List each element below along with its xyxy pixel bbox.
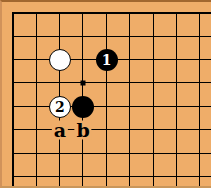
board-intersection	[118, 25, 141, 48]
black-stone-1: 1	[96, 49, 118, 71]
board-intersection	[95, 165, 118, 188]
grid-line-vertical	[59, 25, 60, 48]
board-intersection	[142, 48, 165, 71]
point-label-b: b	[75, 120, 92, 139]
board-intersection	[48, 165, 71, 188]
grid-line-vertical	[36, 71, 37, 94]
grid-line-vertical	[82, 12, 83, 24]
grid-line-vertical	[12, 165, 14, 188]
white-stone-2: 2	[49, 96, 71, 118]
board-intersection: b	[71, 118, 94, 141]
white-stone	[49, 49, 71, 71]
board-intersection	[118, 95, 141, 118]
grid-line-vertical	[199, 118, 200, 141]
grid-line-vertical	[36, 118, 37, 141]
grid-line-vertical	[129, 71, 130, 94]
board-intersection	[118, 48, 141, 71]
board-intersection	[48, 25, 71, 48]
board-intersection	[118, 71, 141, 94]
square-marker-icon	[81, 81, 86, 86]
grid-line-vertical	[199, 12, 200, 24]
board-intersection	[1, 165, 24, 188]
board-intersection	[188, 165, 211, 188]
board-intersection	[1, 48, 24, 71]
grid-line-vertical	[129, 95, 130, 118]
board-intersection	[188, 48, 211, 71]
board-intersection	[71, 25, 94, 48]
board-intersection	[142, 142, 165, 165]
board-intersection	[95, 118, 118, 141]
board-intersection	[165, 165, 188, 188]
board-intersection	[118, 118, 141, 141]
board-intersection	[142, 165, 165, 188]
board-intersection	[95, 25, 118, 48]
grid-line-vertical	[176, 12, 177, 24]
board-intersection	[188, 142, 211, 165]
grid-line-vertical	[129, 118, 130, 141]
grid-line-vertical	[176, 48, 177, 71]
grid-line-vertical	[129, 25, 130, 48]
black-stone	[72, 96, 94, 118]
grid-line-vertical	[199, 48, 200, 71]
grid-line-vertical	[82, 48, 83, 71]
board-intersection: 1	[95, 48, 118, 71]
board-intersection	[95, 1, 118, 24]
board-intersection	[188, 95, 211, 118]
grid-line-vertical	[199, 25, 200, 48]
grid-line-vertical	[106, 165, 107, 188]
board-intersection	[188, 71, 211, 94]
grid-line-vertical	[153, 95, 154, 118]
grid-line-vertical	[199, 165, 200, 188]
board-intersection	[25, 48, 48, 71]
grid-line-vertical	[12, 48, 14, 71]
board-intersection	[95, 142, 118, 165]
board-intersection	[25, 118, 48, 141]
grid-line-vertical	[106, 95, 107, 118]
board-intersection	[95, 71, 118, 94]
board-intersection	[71, 142, 94, 165]
go-diagram-frame: 12ab	[0, 0, 211, 188]
board-intersection	[25, 71, 48, 94]
grid-line-vertical	[106, 118, 107, 141]
grid-line-vertical	[153, 48, 154, 71]
grid-line-vertical	[153, 142, 154, 165]
board-intersection	[142, 1, 165, 24]
grid-line-vertical	[176, 25, 177, 48]
board-intersection	[165, 118, 188, 141]
board-intersection	[118, 165, 141, 188]
grid-line-vertical	[176, 118, 177, 141]
grid-line-vertical	[59, 71, 60, 94]
board-intersection	[188, 1, 211, 24]
board-intersection	[25, 142, 48, 165]
grid-line-vertical	[36, 12, 37, 24]
board-intersection	[48, 142, 71, 165]
grid-line-vertical	[12, 12, 14, 24]
grid-line-vertical	[106, 25, 107, 48]
board-intersection	[48, 48, 71, 71]
grid-line-vertical	[59, 142, 60, 165]
board-intersection	[165, 71, 188, 94]
board-intersection	[142, 95, 165, 118]
grid-line-vertical	[59, 12, 60, 24]
board-intersection	[48, 71, 71, 94]
board-intersection: a	[48, 118, 71, 141]
board-intersection	[1, 1, 24, 24]
grid-line-vertical	[153, 25, 154, 48]
grid-line-vertical	[12, 142, 14, 165]
board-intersection	[48, 1, 71, 24]
grid-line-vertical	[153, 118, 154, 141]
board-intersection	[165, 95, 188, 118]
grid-line-vertical	[129, 12, 130, 24]
grid-line-vertical	[82, 142, 83, 165]
grid-line-vertical	[199, 95, 200, 118]
board-intersection	[25, 165, 48, 188]
grid-line-vertical	[129, 48, 130, 71]
grid-line-vertical	[176, 142, 177, 165]
board-intersection	[95, 95, 118, 118]
point-label-a: a	[52, 120, 68, 139]
grid-line-vertical	[129, 165, 130, 188]
board-intersection	[1, 71, 24, 94]
board-intersection	[142, 118, 165, 141]
grid-line-vertical	[12, 71, 14, 94]
grid-line-vertical	[106, 12, 107, 24]
board-intersection	[165, 48, 188, 71]
grid-line-vertical	[36, 165, 37, 188]
board-intersection	[71, 165, 94, 188]
grid-line-vertical	[199, 142, 200, 165]
grid-line-vertical	[36, 25, 37, 48]
board-intersection	[25, 25, 48, 48]
grid-line-vertical	[82, 25, 83, 48]
board-intersection	[71, 1, 94, 24]
grid-line-vertical	[129, 142, 130, 165]
board-intersection	[188, 25, 211, 48]
grid-line-vertical	[12, 118, 14, 141]
grid-line-vertical	[12, 25, 14, 48]
go-board: 12ab	[1, 1, 211, 188]
grid-line-vertical	[176, 95, 177, 118]
grid-line-vertical	[176, 71, 177, 94]
grid-line-vertical	[106, 71, 107, 94]
grid-line-vertical	[59, 165, 60, 188]
board-intersection	[71, 95, 94, 118]
board-intersection	[142, 71, 165, 94]
grid-line-vertical	[12, 95, 14, 118]
board-intersection	[165, 1, 188, 24]
board-intersection	[71, 71, 94, 94]
grid-line-vertical	[176, 165, 177, 188]
board-intersection	[188, 118, 211, 141]
grid-line-vertical	[36, 142, 37, 165]
board-intersection	[1, 118, 24, 141]
grid-line-vertical	[36, 48, 37, 71]
board-intersection	[1, 142, 24, 165]
grid-line-vertical	[36, 95, 37, 118]
grid-line-vertical	[82, 165, 83, 188]
grid-line-vertical	[153, 12, 154, 24]
grid-line-vertical	[153, 165, 154, 188]
board-intersection	[25, 1, 48, 24]
board-intersection	[25, 95, 48, 118]
grid-line-vertical	[199, 71, 200, 94]
board-intersection: 2	[48, 95, 71, 118]
board-intersection	[142, 25, 165, 48]
board-intersection	[118, 1, 141, 24]
board-intersection	[71, 48, 94, 71]
grid-line-vertical	[153, 71, 154, 94]
board-intersection	[165, 25, 188, 48]
grid-line-vertical	[106, 142, 107, 165]
board-intersection	[1, 95, 24, 118]
board-intersection	[1, 25, 24, 48]
board-intersection	[118, 142, 141, 165]
board-intersection	[165, 142, 188, 165]
